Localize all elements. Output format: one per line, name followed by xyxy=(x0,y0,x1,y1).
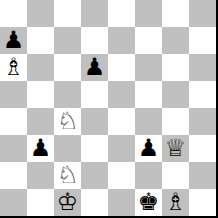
square-c6[interactable] xyxy=(54,54,81,81)
square-a8[interactable] xyxy=(0,0,27,27)
square-h5[interactable] xyxy=(189,81,216,108)
square-g1[interactable]: ♗ xyxy=(162,189,189,216)
square-e2[interactable] xyxy=(108,162,135,189)
square-g4[interactable] xyxy=(162,108,189,135)
square-b2[interactable] xyxy=(27,162,54,189)
square-c3[interactable] xyxy=(54,135,81,162)
square-f7[interactable] xyxy=(135,27,162,54)
square-h2[interactable] xyxy=(189,162,216,189)
square-h8[interactable] xyxy=(189,0,216,27)
square-e3[interactable] xyxy=(108,135,135,162)
square-d4[interactable] xyxy=(81,108,108,135)
square-b6[interactable] xyxy=(27,54,54,81)
square-a1[interactable] xyxy=(0,189,27,216)
square-g7[interactable] xyxy=(162,27,189,54)
square-g2[interactable] xyxy=(162,162,189,189)
square-f3[interactable]: ♟ xyxy=(135,135,162,162)
piece-white-king: ♔ xyxy=(57,190,79,214)
square-e1[interactable] xyxy=(108,189,135,216)
square-d8[interactable] xyxy=(81,0,108,27)
square-a4[interactable] xyxy=(0,108,27,135)
square-c2[interactable]: ♘ xyxy=(54,162,81,189)
piece-white-queen: ♕ xyxy=(165,136,187,160)
square-e6[interactable] xyxy=(108,54,135,81)
square-d2[interactable] xyxy=(81,162,108,189)
piece-white-bishop: ♗ xyxy=(165,190,187,214)
square-f6[interactable] xyxy=(135,54,162,81)
square-c7[interactable] xyxy=(54,27,81,54)
square-h3[interactable] xyxy=(189,135,216,162)
square-e4[interactable] xyxy=(108,108,135,135)
square-a2[interactable] xyxy=(0,162,27,189)
chess-diagram: ♟♗♟♘♟♟♕♘♔♚♗ xyxy=(0,0,218,218)
square-c4[interactable]: ♘ xyxy=(54,108,81,135)
piece-black-pawn: ♟ xyxy=(30,136,52,160)
square-b4[interactable] xyxy=(27,108,54,135)
square-b7[interactable] xyxy=(27,27,54,54)
square-a7[interactable]: ♟ xyxy=(0,27,27,54)
square-d7[interactable] xyxy=(81,27,108,54)
square-h7[interactable] xyxy=(189,27,216,54)
square-g6[interactable] xyxy=(162,54,189,81)
piece-black-pawn: ♟ xyxy=(84,55,106,79)
square-e7[interactable] xyxy=(108,27,135,54)
square-c1[interactable]: ♔ xyxy=(54,189,81,216)
square-f4[interactable] xyxy=(135,108,162,135)
piece-white-bishop: ♗ xyxy=(3,55,25,79)
square-a3[interactable] xyxy=(0,135,27,162)
square-b8[interactable] xyxy=(27,0,54,27)
square-b3[interactable]: ♟ xyxy=(27,135,54,162)
square-c8[interactable] xyxy=(54,0,81,27)
square-h6[interactable] xyxy=(189,54,216,81)
square-g8[interactable] xyxy=(162,0,189,27)
square-g5[interactable] xyxy=(162,81,189,108)
piece-black-pawn: ♟ xyxy=(3,28,25,52)
square-e8[interactable] xyxy=(108,0,135,27)
piece-black-king: ♚ xyxy=(138,190,160,214)
chess-board: ♟♗♟♘♟♟♕♘♔♚♗ xyxy=(0,0,218,218)
square-f5[interactable] xyxy=(135,81,162,108)
piece-white-knight: ♘ xyxy=(57,163,79,187)
square-e5[interactable] xyxy=(108,81,135,108)
square-f8[interactable] xyxy=(135,0,162,27)
square-d5[interactable] xyxy=(81,81,108,108)
square-f1[interactable]: ♚ xyxy=(135,189,162,216)
square-f2[interactable] xyxy=(135,162,162,189)
piece-white-knight: ♘ xyxy=(57,109,79,133)
square-d6[interactable]: ♟ xyxy=(81,54,108,81)
square-d3[interactable] xyxy=(81,135,108,162)
square-a6[interactable]: ♗ xyxy=(0,54,27,81)
square-b1[interactable] xyxy=(27,189,54,216)
square-b5[interactable] xyxy=(27,81,54,108)
square-h1[interactable] xyxy=(189,189,216,216)
piece-black-pawn: ♟ xyxy=(138,136,160,160)
square-g3[interactable]: ♕ xyxy=(162,135,189,162)
square-a5[interactable] xyxy=(0,81,27,108)
square-c5[interactable] xyxy=(54,81,81,108)
square-d1[interactable] xyxy=(81,189,108,216)
square-h4[interactable] xyxy=(189,108,216,135)
